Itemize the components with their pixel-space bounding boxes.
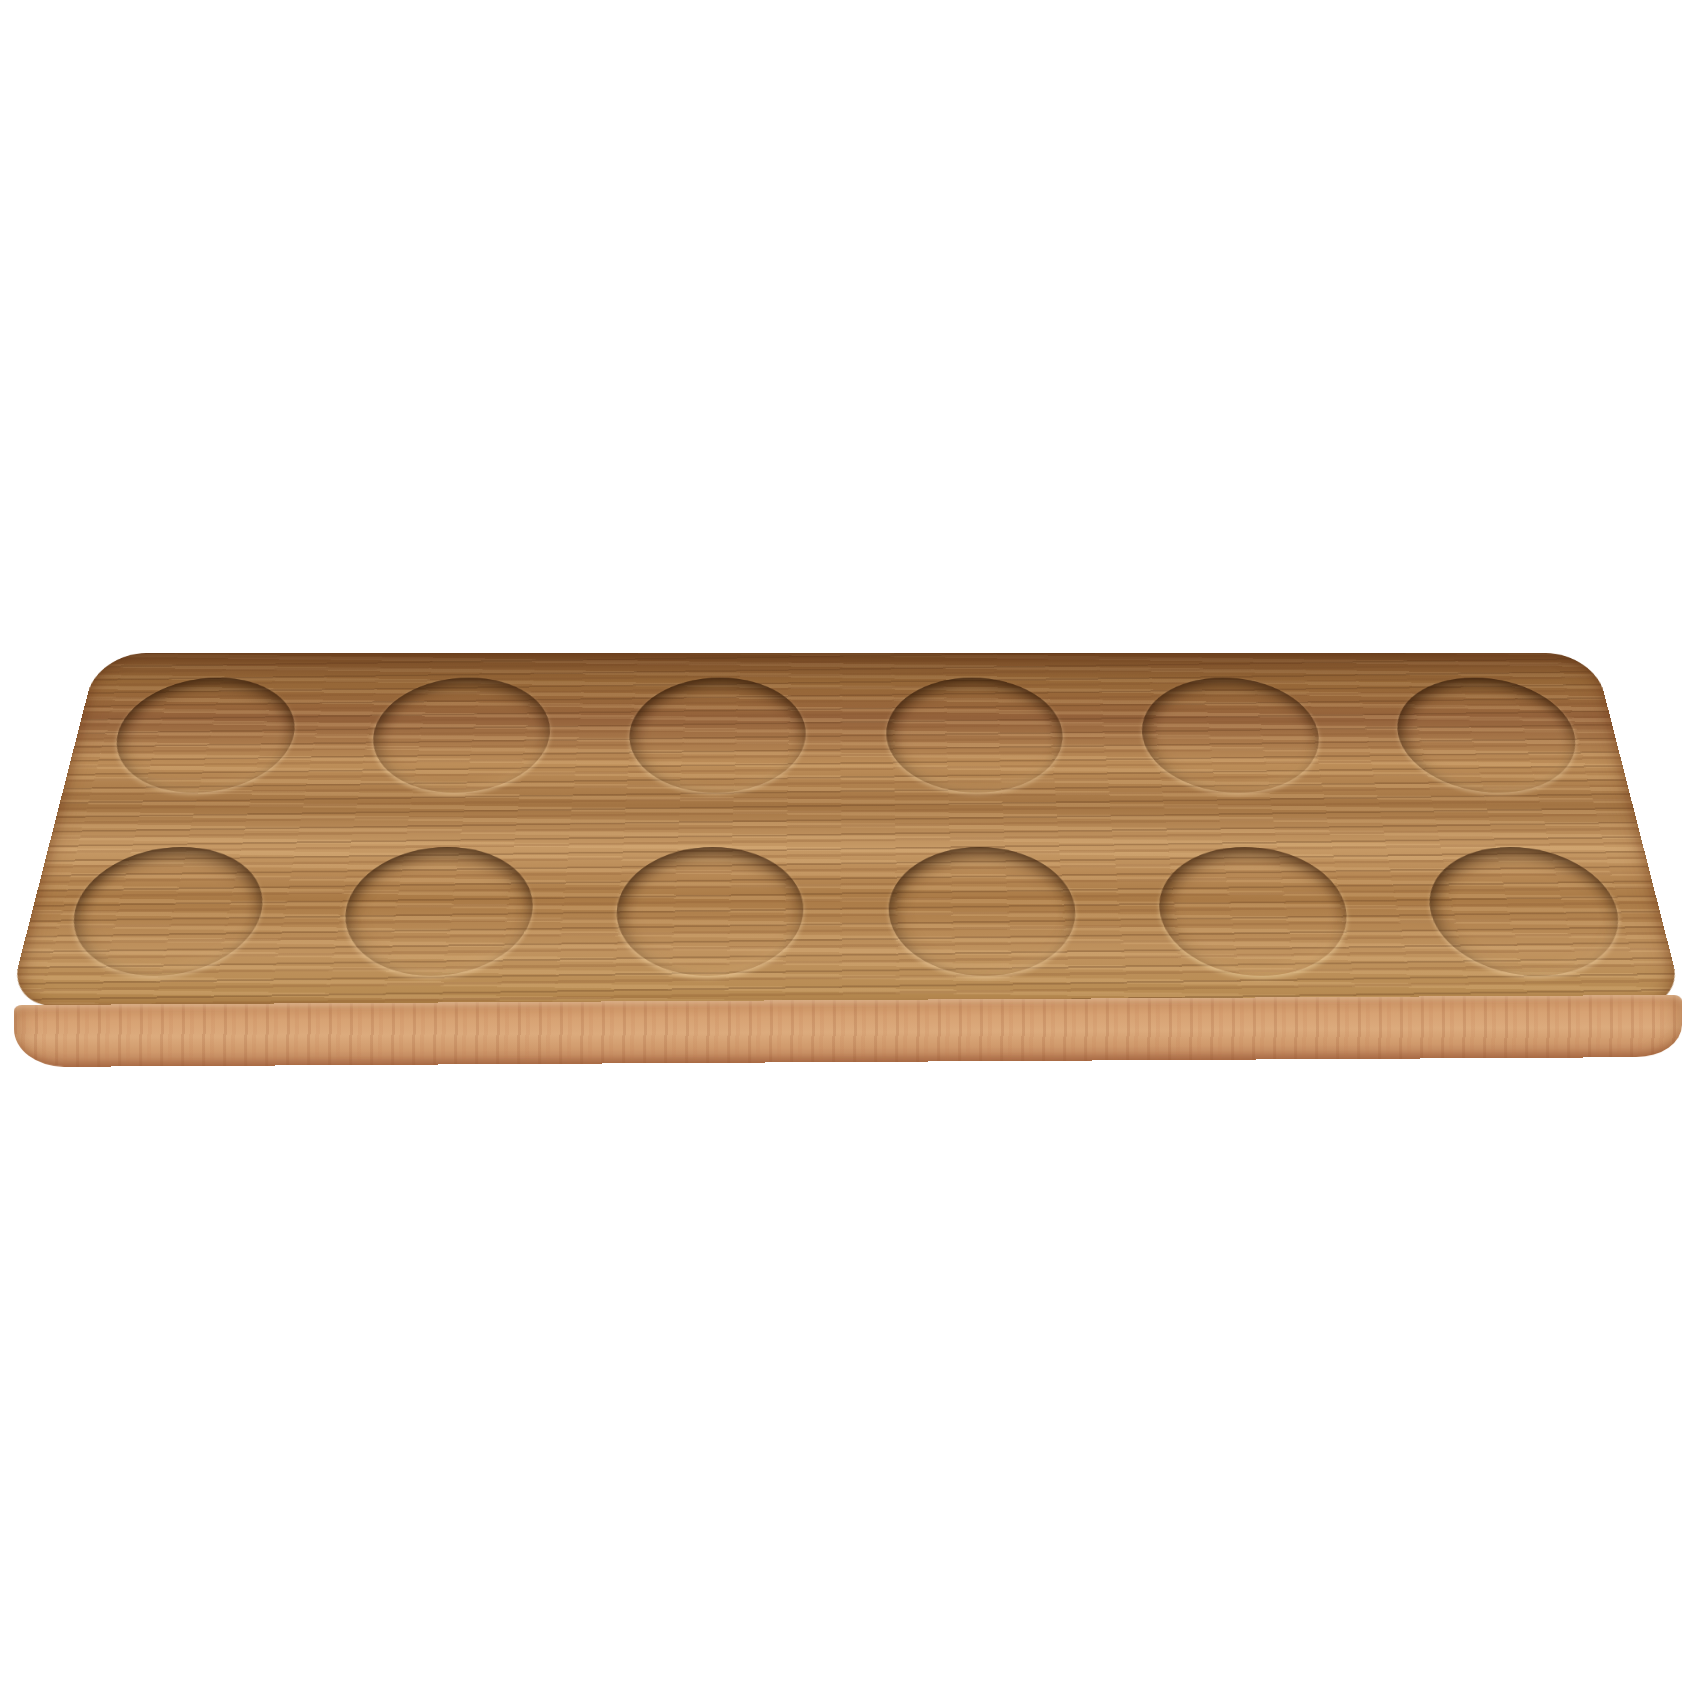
pit-top-4[interactable] [846, 653, 1109, 819]
pit-hollow [103, 678, 304, 793]
pit-top-6[interactable] [1345, 653, 1637, 819]
pit-bottom-3[interactable] [567, 820, 846, 1006]
pit-hollow [888, 847, 1080, 976]
pit-top-2[interactable] [319, 653, 597, 819]
board-top-surface [8, 653, 1684, 1006]
pit-bottom-4[interactable] [846, 820, 1125, 1006]
pit-hollow [1388, 678, 1589, 793]
pit-hollow [59, 847, 273, 976]
pit-hollow [885, 678, 1066, 793]
pit-grid [8, 653, 1684, 1006]
pit-bottom-1[interactable] [8, 820, 319, 1006]
pit-hollow [364, 678, 555, 793]
pit-bottom-5[interactable] [1109, 820, 1404, 1006]
pit-bottom-6[interactable] [1373, 820, 1684, 1006]
board-front-edge [14, 995, 1682, 1067]
pit-hollow [613, 847, 805, 976]
photo-background [0, 0, 1700, 1700]
pit-hollow [626, 678, 807, 793]
mancala-board [8, 628, 1684, 1006]
pit-top-3[interactable] [583, 653, 846, 819]
pit-hollow [1419, 847, 1633, 976]
pit-hollow [336, 847, 539, 976]
pit-top-1[interactable] [56, 653, 348, 819]
pit-top-5[interactable] [1095, 653, 1373, 819]
pit-bottom-2[interactable] [287, 820, 582, 1006]
pit-hollow [1153, 847, 1356, 976]
pit-hollow [1137, 678, 1328, 793]
